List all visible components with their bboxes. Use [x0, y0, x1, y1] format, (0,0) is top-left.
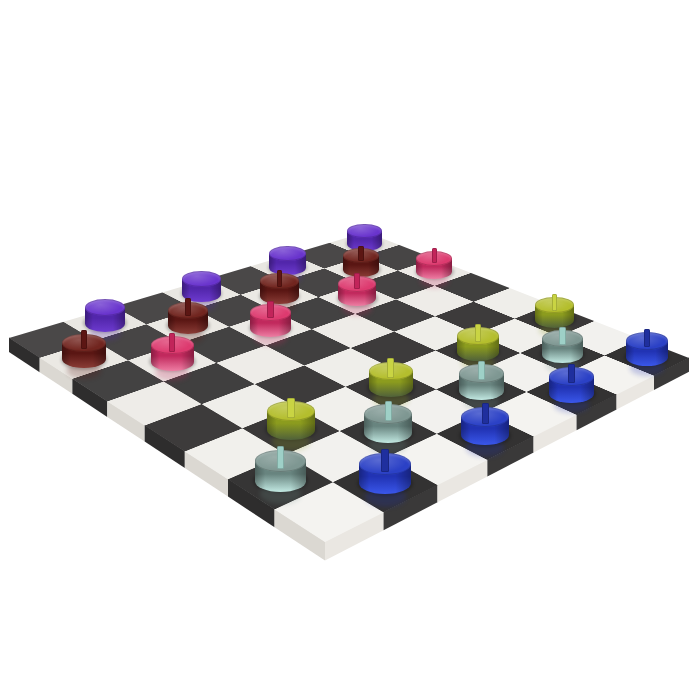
piece-tab	[387, 358, 394, 377]
piece-tab	[81, 330, 88, 349]
piece-tab	[644, 329, 650, 347]
piece-top	[347, 224, 381, 238]
piece-tab	[385, 401, 392, 422]
piece-tab	[354, 273, 360, 290]
piece-tab	[267, 301, 273, 319]
piece-top	[269, 246, 305, 261]
piece-tab	[552, 294, 558, 311]
piece-tab	[185, 298, 191, 316]
piece-tab	[169, 333, 176, 352]
piece-tab	[277, 446, 285, 468]
piece-tab	[568, 364, 575, 383]
piece-top	[182, 271, 220, 287]
pieces-layer	[0, 0, 700, 700]
piece-tab	[478, 361, 485, 380]
piece-tab	[482, 403, 489, 424]
piece-tab	[432, 248, 437, 264]
piece-tab	[559, 327, 565, 345]
piece-tab	[287, 398, 294, 419]
piece-tab	[381, 449, 389, 471]
piece-tab	[475, 324, 481, 342]
piece-tab	[358, 246, 364, 262]
scene	[0, 0, 700, 700]
piece-tab	[277, 270, 283, 287]
